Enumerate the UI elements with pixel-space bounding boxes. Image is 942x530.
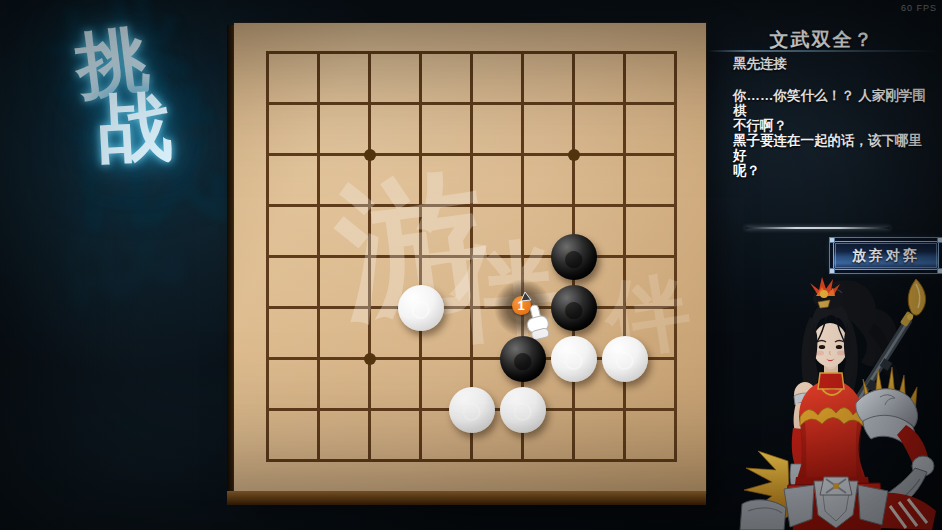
white-stone: ○ [398, 285, 444, 331]
board-bottom-edge [227, 491, 706, 505]
dialog-divider [745, 227, 890, 229]
star-point [568, 149, 580, 161]
white-stone: ○ [449, 387, 495, 433]
game-screen: 挑 战 战 挑 战 游 伴 伴 1 [0, 0, 942, 530]
dialog-line: 黑子要连在一起的话，该下哪里好 [733, 133, 935, 163]
challenge-char-2: 战 [96, 88, 174, 166]
puzzle-objective: 黑先连接 [733, 55, 787, 73]
challenge-calligraphy: 挑 战 战 挑 战 [0, 0, 230, 360]
give-up-label: 放弃对弈 [852, 247, 920, 265]
black-stone: ● [551, 234, 597, 280]
black-stone: ● [551, 285, 597, 331]
board-grid[interactable]: 1 ●○●●○○○○ [266, 51, 677, 462]
dialog-line: 你……你笑什么！？ 人家刚学围棋 [733, 88, 935, 118]
calligraphy-shadow: 战 [69, 71, 234, 236]
white-stone: ○ [500, 387, 546, 433]
dialog-line: 呢？ [733, 163, 935, 178]
calligraphy-shadow: 战 [45, 169, 188, 312]
dialog-text: 你……你笑什么！？ 人家刚学围棋 不行啊？ 黑子要连在一起的话，该下哪里好 呢？ [733, 88, 935, 178]
star-point [364, 149, 376, 161]
character-portrait [730, 265, 942, 530]
dialog-line: 不行啊？ [733, 118, 935, 133]
calligraphy-shadow: 挑 [39, 0, 207, 149]
star-point [364, 353, 376, 365]
challenge-char-1: 挑 [72, 22, 152, 102]
title-divider [708, 50, 938, 52]
white-stone: ○ [602, 336, 648, 382]
white-stone: ○ [551, 336, 597, 382]
black-stone: ● [500, 336, 546, 382]
go-board: 游 伴 伴 1 ●○●●○○○○ [234, 23, 706, 493]
fps-counter: 60 FPS [901, 3, 937, 13]
